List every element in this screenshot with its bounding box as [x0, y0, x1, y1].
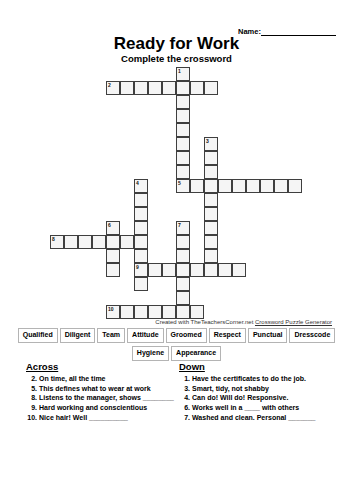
grid-cell[interactable] [134, 235, 148, 249]
grid-cell[interactable] [190, 305, 204, 319]
word-bank-row-1: QualifiedDiligentTeamAttitudeGroomedResp… [0, 328, 353, 343]
grid-cell[interactable] [64, 235, 78, 249]
grid-cell[interactable] [134, 305, 148, 319]
grid-cell[interactable] [204, 249, 218, 263]
clue-text: Have the certificates to do the job. [192, 374, 306, 384]
clue-text: Works well in a ____ with others [192, 403, 299, 413]
clue-item: 4.Can do! Will do! Responsive. [179, 393, 349, 403]
cell-number: 8 [52, 236, 55, 242]
word-bank-item: Qualified [18, 328, 58, 343]
credit-line: Created with TheTeachersCorner.net Cross… [155, 319, 332, 325]
word-bank-item: Dresscode [289, 328, 335, 343]
grid-cell[interactable] [176, 249, 190, 263]
clue-item: 10.Nice hair! Well __________ [26, 413, 176, 423]
clue-number-label: 4. [179, 393, 190, 403]
grid-cell[interactable] [134, 249, 148, 263]
cell-number: 5 [178, 180, 181, 186]
grid-cell[interactable] [176, 165, 190, 179]
credit-text: Created with TheTeachersCorner.net [155, 319, 255, 325]
grid-cell[interactable] [204, 179, 218, 193]
down-section: Down 1.Have the certificates to do the j… [179, 361, 349, 423]
grid-cell[interactable] [148, 81, 162, 95]
clue-number-label: 9. [26, 403, 37, 413]
grid-cell[interactable] [204, 207, 218, 221]
clue-number-label: 8. [26, 393, 37, 403]
word-bank-item: Groomed [166, 328, 207, 343]
grid-cell[interactable] [176, 263, 190, 277]
grid-cell[interactable] [204, 165, 218, 179]
grid-cell[interactable] [176, 81, 190, 95]
grid-cell[interactable] [176, 235, 190, 249]
cell-number: 6 [108, 222, 111, 228]
across-section: Across 2.On time, all the time5.This def… [26, 361, 176, 423]
grid-cell[interactable] [134, 221, 148, 235]
grid-cell[interactable]: 10 [106, 305, 120, 319]
grid-cell[interactable] [134, 207, 148, 221]
grid-cell[interactable] [204, 193, 218, 207]
clue-text: Smart, tidy, not shabby [192, 384, 269, 394]
clue-text: On time, all the time [39, 374, 106, 384]
grid-cell[interactable] [120, 235, 134, 249]
grid-cell[interactable] [176, 151, 190, 165]
clue-item: 5.This defines what to wear at work [26, 384, 176, 394]
down-heading: Down [179, 361, 349, 372]
clue-text: Can do! Will do! Responsive. [192, 393, 288, 403]
grid-cell[interactable] [232, 179, 246, 193]
grid-cell[interactable] [134, 193, 148, 207]
grid-cell[interactable] [204, 81, 218, 95]
word-bank-item: Appearance [171, 346, 221, 361]
grid-cell[interactable] [92, 235, 106, 249]
grid-cell[interactable] [162, 263, 176, 277]
grid-cell[interactable] [190, 263, 204, 277]
cell-number: 1 [178, 68, 181, 74]
cell-number: 9 [136, 264, 139, 270]
clue-text: Washed and clean. Personal _______ [192, 413, 315, 423]
page-subtitle: Complete the crossword [0, 53, 353, 64]
grid-cell[interactable]: 8 [50, 235, 64, 249]
grid-cell[interactable] [176, 95, 190, 109]
grid-cell[interactable] [78, 235, 92, 249]
clue-item: 2.On time, all the time [26, 374, 176, 384]
grid-cell[interactable] [162, 81, 176, 95]
word-bank-item: Team [97, 328, 125, 343]
clue-number-label: 10. [26, 413, 37, 423]
grid-cell[interactable] [204, 263, 218, 277]
word-bank-item: Attitude [127, 328, 163, 343]
credit-link[interactable]: Crossword Puzzle Generator [255, 319, 332, 325]
grid-cell[interactable] [190, 179, 204, 193]
down-clue-list: 1.Have the certificates to do the job.3.… [179, 374, 349, 423]
clue-number-label: 1. [179, 374, 190, 384]
grid-cell[interactable]: 9 [134, 263, 148, 277]
across-clue-list: 2.On time, all the time5.This defines wh… [26, 374, 176, 423]
clue-number-label: 5. [26, 384, 37, 394]
grid-cell[interactable] [176, 291, 190, 305]
grid-cell[interactable] [106, 249, 120, 263]
word-bank-item: Punctual [248, 328, 288, 343]
grid-cell[interactable] [288, 179, 302, 193]
grid-cell[interactable] [162, 305, 176, 319]
grid-cell[interactable]: 7 [176, 221, 190, 235]
grid-cell[interactable] [148, 305, 162, 319]
clue-text: Nice hair! Well __________ [39, 413, 128, 423]
grid-cell[interactable] [190, 81, 204, 95]
clue-number-label: 7. [179, 413, 190, 423]
grid-cell[interactable] [148, 263, 162, 277]
grid-cell[interactable] [134, 81, 148, 95]
grid-cell[interactable]: 2 [106, 81, 120, 95]
grid-cell[interactable] [204, 151, 218, 165]
word-bank-row-2: HygieneAppearance [0, 346, 353, 361]
grid-cell[interactable] [246, 179, 260, 193]
cell-number: 3 [206, 138, 209, 144]
grid-cell[interactable] [176, 109, 190, 123]
grid-cell[interactable] [204, 235, 218, 249]
cell-number: 2 [108, 82, 111, 88]
grid-cell[interactable] [134, 277, 148, 291]
clue-item: 1.Have the certificates to do the job. [179, 374, 349, 384]
word-bank-item: Diligent [60, 328, 96, 343]
clue-text: Hard working and conscientious [39, 403, 147, 413]
cell-number: 4 [136, 180, 139, 186]
cell-number: 10 [108, 306, 114, 312]
grid-cell[interactable] [120, 81, 134, 95]
grid-cell[interactable] [274, 179, 288, 193]
grid-cell[interactable] [106, 235, 120, 249]
clue-text: This defines what to wear at work [39, 384, 151, 394]
grid-cell[interactable]: 5 [176, 179, 190, 193]
grid-cell[interactable]: 3 [204, 137, 218, 151]
grid-cell[interactable] [232, 263, 246, 277]
clue-item: 3.Smart, tidy, not shabby [179, 384, 349, 394]
grid-cell[interactable] [260, 179, 274, 193]
cell-number: 7 [178, 222, 181, 228]
clue-number-label: 3. [179, 384, 190, 394]
grid-cell[interactable] [120, 305, 134, 319]
clue-item: 6.Works well in a ____ with others [179, 403, 349, 413]
worksheet-page: Name: Ready for Work Complete the crossw… [0, 0, 353, 500]
grid-cell[interactable] [176, 277, 190, 291]
grid-cell[interactable] [176, 305, 190, 319]
word-bank-item: Hygiene [132, 346, 169, 361]
word-bank-item: Respect [209, 328, 246, 343]
clue-item: 7.Washed and clean. Personal _______ [179, 413, 349, 423]
grid-cell[interactable]: 1 [176, 67, 190, 81]
grid-cell[interactable]: 4 [134, 179, 148, 193]
grid-cell[interactable] [176, 123, 190, 137]
clue-number-label: 2. [26, 374, 37, 384]
grid-cell[interactable] [204, 221, 218, 235]
clue-item: 8.Listens to the manager, shows ________ [26, 393, 176, 403]
grid-cell[interactable] [106, 263, 120, 277]
page-title: Ready for Work [0, 34, 353, 54]
across-heading: Across [26, 361, 176, 372]
clue-number-label: 6. [179, 403, 190, 413]
crossword-grid: 15234967810 [50, 67, 302, 319]
grid-cell[interactable] [218, 179, 232, 193]
grid-cell[interactable]: 6 [106, 221, 120, 235]
grid-cell[interactable] [176, 137, 190, 151]
grid-cell[interactable] [218, 263, 232, 277]
clue-item: 9.Hard working and conscientious [26, 403, 176, 413]
clue-text: Listens to the manager, shows ________ [39, 393, 174, 403]
